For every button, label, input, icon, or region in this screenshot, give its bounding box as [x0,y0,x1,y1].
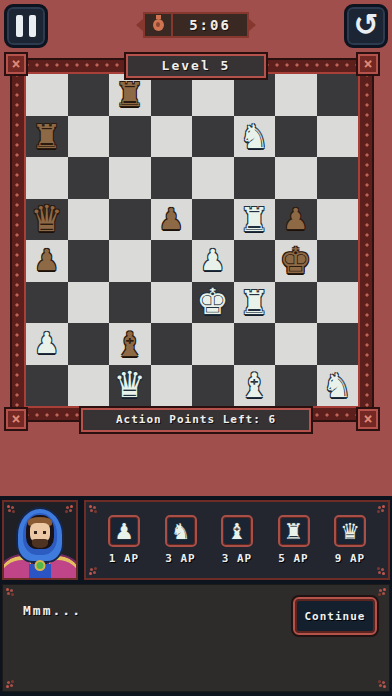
square-d7[interactable] [151,116,193,158]
restart-icon: ↺ [353,10,378,40]
square-h5[interactable] [317,199,359,241]
square-b8[interactable] [68,74,110,116]
frame-corner-ornament: × [6,54,26,74]
dialog-text: Mmm... [23,603,82,618]
square-d6[interactable] [151,157,193,199]
player-queen-c1[interactable]: ♛ [114,367,146,403]
shop-button-rook[interactable]: ♜ [278,515,310,547]
chess-board: ♜♜♞♛♟♜♟♟♟♚♚♜♟♝♛♝♞ [24,72,360,408]
square-h1[interactable]: ♞ [317,365,359,407]
square-h4[interactable] [317,240,359,282]
pawn-icon: ♟ [114,519,134,544]
shop-button-bishop[interactable]: ♝ [221,515,253,547]
square-c5[interactable] [109,199,151,241]
frame-corner-ornament: × [358,54,378,74]
player-bishop-f1[interactable]: ♝ [239,368,269,402]
flourish-ornament [87,503,99,515]
pause-icon [16,15,23,37]
square-f1[interactable]: ♝ [234,365,276,407]
square-f3[interactable]: ♜ [234,282,276,324]
square-h8[interactable] [317,74,359,116]
mage-portrait [4,502,76,578]
flourish-ornament [375,503,387,515]
enemy-pawn-g5[interactable]: ♟ [283,205,309,234]
game-screen: 5:06 ↺ × × × × ♜♜♞♛♟♜♟♟♟♚♚♜♟♝♛♝♞ Level 5… [0,0,392,696]
square-a1[interactable] [26,365,68,407]
square-g7[interactable] [275,116,317,158]
square-a2[interactable]: ♟ [26,323,68,365]
player-pawn-a2[interactable]: ♟ [34,329,60,358]
player-knight-f7[interactable]: ♞ [239,120,269,153]
square-f2[interactable] [234,323,276,365]
square-b3[interactable] [68,282,110,324]
mage-gem [35,560,46,571]
shop-item-bishop[interactable]: ♝3 AP [217,515,257,578]
enemy-pawn-d5[interactable]: ♟ [158,205,184,234]
square-h7[interactable] [317,116,359,158]
shop-cost-knight: 3 AP [165,552,196,565]
square-e7[interactable] [192,116,234,158]
flourish-ornament [376,678,388,690]
square-f7[interactable]: ♞ [234,116,276,158]
shop-item-pawn[interactable]: ♟1 AP [104,515,144,578]
square-d4[interactable] [151,240,193,282]
square-b7[interactable] [68,116,110,158]
square-e4[interactable]: ♟ [192,240,234,282]
shop-button-knight[interactable]: ♞ [165,515,197,547]
shop-item-rook[interactable]: ♜5 AP [274,515,314,578]
square-c1[interactable]: ♛ [109,365,151,407]
player-knight-h1[interactable]: ♞ [322,369,352,402]
enemy-bishop-c2[interactable]: ♝ [115,327,145,361]
knight-icon: ♞ [171,519,191,544]
shop-button-pawn[interactable]: ♟ [108,515,140,547]
square-g8[interactable] [275,74,317,116]
square-e6[interactable] [192,157,234,199]
shop-cost-bishop: 3 AP [222,552,253,565]
hourglass-icon [153,19,164,31]
square-h2[interactable] [317,323,359,365]
square-a4[interactable]: ♟ [26,240,68,282]
square-f8[interactable] [234,74,276,116]
square-a7[interactable]: ♜ [26,116,68,158]
square-g2[interactable] [275,323,317,365]
timer-value: 5:06 [173,14,247,36]
square-h6[interactable] [317,157,359,199]
square-d2[interactable] [151,323,193,365]
rook-icon: ♜ [284,519,304,544]
square-c6[interactable] [109,157,151,199]
enemy-queen-a5[interactable]: ♛ [31,201,63,237]
square-a6[interactable] [26,157,68,199]
flourish-ornament [4,586,16,598]
shop-item-knight[interactable]: ♞3 AP [161,515,201,578]
frame-corner-ornament: × [358,409,378,429]
square-d1[interactable] [151,365,193,407]
square-e5[interactable] [192,199,234,241]
shop-item-queen[interactable]: ♛9 AP [330,515,370,578]
bottom-panel: ♟1 AP♞3 AP♝3 AP♜5 AP♛9 AP Mmm... Continu… [0,496,392,696]
bishop-icon: ♝ [227,519,247,544]
square-b1[interactable] [68,365,110,407]
square-g6[interactable] [275,157,317,199]
action-points-banner: Action Points Left: 6 [81,408,311,432]
square-c4[interactable] [109,240,151,282]
square-b4[interactable] [68,240,110,282]
flourish-ornament [4,678,16,690]
square-d5[interactable]: ♟ [151,199,193,241]
square-g5[interactable]: ♟ [275,199,317,241]
square-g4[interactable]: ♚ [275,240,317,282]
player-pawn-e4[interactable]: ♟ [200,246,226,275]
player-king-e3[interactable]: ♚ [197,284,229,320]
player-rook-f3[interactable]: ♜ [239,286,269,319]
frame-corner-ornament: × [6,409,26,429]
square-e1[interactable] [192,365,234,407]
square-b5[interactable] [68,199,110,241]
player-rook-f5[interactable]: ♜ [239,203,269,236]
enemy-rook-c8[interactable]: ♜ [115,78,145,111]
character-portrait-box [2,500,78,580]
square-c7[interactable] [109,116,151,158]
shop-cost-queen: 9 AP [335,552,366,565]
square-f4[interactable] [234,240,276,282]
square-b2[interactable] [68,323,110,365]
square-a8[interactable] [26,74,68,116]
queen-icon: ♛ [340,519,360,544]
square-f5[interactable]: ♜ [234,199,276,241]
square-b6[interactable] [68,157,110,199]
square-g1[interactable] [275,365,317,407]
enemy-rook-a7[interactable]: ♜ [32,120,62,153]
level-banner: Level 5 [126,54,266,78]
restart-button[interactable]: ↺ [344,4,388,48]
continue-button[interactable]: Continue [293,597,377,635]
shop-cost-rook: 5 AP [278,552,309,565]
square-h3[interactable] [317,282,359,324]
square-a5[interactable]: ♛ [26,199,68,241]
square-c3[interactable] [109,282,151,324]
square-e3[interactable]: ♚ [192,282,234,324]
square-e8[interactable] [192,74,234,116]
square-g3[interactable] [275,282,317,324]
shop-button-queen[interactable]: ♛ [334,515,366,547]
square-d3[interactable] [151,282,193,324]
square-a3[interactable] [26,282,68,324]
pause-button[interactable] [4,4,48,48]
square-c8[interactable]: ♜ [109,74,151,116]
flourish-ornament [87,565,99,577]
piece-shop: ♟1 AP♞3 AP♝3 AP♜5 AP♛9 AP [84,500,390,580]
dialog-box: Mmm... Continue [2,584,390,692]
square-c2[interactable]: ♝ [109,323,151,365]
enemy-king-g4[interactable]: ♚ [280,243,312,279]
timer: 5:06 [143,12,249,38]
enemy-pawn-a4[interactable]: ♟ [34,246,60,275]
shop-cost-pawn: 1 AP [109,552,140,565]
flourish-ornament [376,586,388,598]
square-f6[interactable] [234,157,276,199]
flourish-ornament [375,565,387,577]
square-d8[interactable] [151,74,193,116]
square-e2[interactable] [192,323,234,365]
